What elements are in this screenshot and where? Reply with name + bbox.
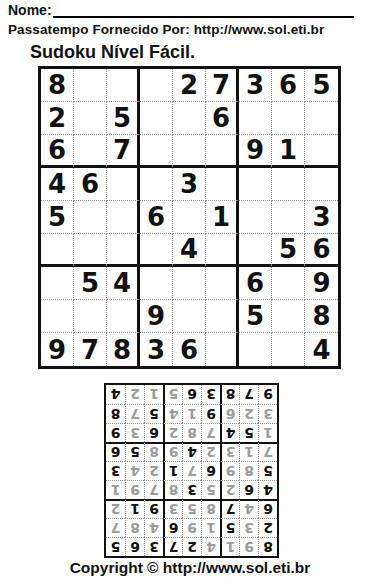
solution-cell-r3c4: 8 <box>201 499 220 518</box>
puzzle-cell-r7c2: 5 <box>74 267 107 300</box>
puzzle-cell-r9c7[interactable] <box>239 333 272 366</box>
solution-cell-r7c2: 5 <box>239 423 258 442</box>
puzzle-cell-r9c8[interactable] <box>272 333 305 366</box>
puzzle-cell-r1c8: 6 <box>272 69 305 102</box>
puzzle-cell-r4c2: 6 <box>74 168 107 201</box>
sudoku-solution-grid-rotated: 8914273652351964876478539124625387915896… <box>104 383 279 558</box>
solution-cell-r4c4: 5 <box>201 480 220 499</box>
solution-cell-r6c9: 6 <box>106 442 125 461</box>
solution-cell-r3c6: 3 <box>163 499 182 518</box>
puzzle-cell-r2c1: 2 <box>41 102 74 135</box>
solution-cell-r5c6: 1 <box>163 461 182 480</box>
solution-cell-r1c7: 3 <box>144 537 163 556</box>
solution-cell-r5c9: 3 <box>106 461 125 480</box>
puzzle-cell-r6c3[interactable] <box>107 234 140 267</box>
puzzle-cell-r2c3: 5 <box>107 102 140 135</box>
solution-cell-r3c8: 1 <box>125 499 144 518</box>
puzzle-cell-r9c2: 7 <box>74 333 107 366</box>
provided-by-text: Passatempo Fornecido Por: http://www.sol… <box>8 22 380 37</box>
puzzle-cell-r7c9: 9 <box>305 267 338 300</box>
solution-cell-r1c4: 4 <box>201 537 220 556</box>
puzzle-cell-r2c2[interactable] <box>74 102 107 135</box>
puzzle-cell-r4c1: 4 <box>41 168 74 201</box>
solution-cell-r4c9: 1 <box>106 480 125 499</box>
puzzle-cell-r8c8[interactable] <box>272 300 305 333</box>
puzzle-cell-r5c8[interactable] <box>272 201 305 234</box>
puzzle-cell-r2c7[interactable] <box>239 102 272 135</box>
puzzle-cell-r9c9: 4 <box>305 333 338 366</box>
puzzle-cell-r7c6[interactable] <box>206 267 239 300</box>
puzzle-cell-r3c6[interactable] <box>206 135 239 168</box>
puzzle-cell-r6c5: 4 <box>173 234 206 267</box>
copyright-text: Copyright © http://www.sol.eti.br <box>0 559 380 577</box>
solution-cell-r9c8: 2 <box>125 385 144 404</box>
solution-cell-r8c5: 1 <box>182 404 201 423</box>
puzzle-cell-r6c4[interactable] <box>140 234 173 267</box>
puzzle-cell-r3c4[interactable] <box>140 135 173 168</box>
puzzle-cell-r1c6: 7 <box>206 69 239 102</box>
puzzle-cell-r8c4: 9 <box>140 300 173 333</box>
solution-cell-r7c5: 8 <box>182 423 201 442</box>
puzzle-cell-r7c3: 4 <box>107 267 140 300</box>
solution-cell-r3c7: 9 <box>144 499 163 518</box>
puzzle-cell-r4c7[interactable] <box>239 168 272 201</box>
solution-cell-r8c4: 9 <box>201 404 220 423</box>
solution-cell-r1c1: 8 <box>258 537 277 556</box>
solution-cell-r5c8: 4 <box>125 461 144 480</box>
solution-cell-r4c6: 8 <box>163 480 182 499</box>
puzzle-cell-r7c8[interactable] <box>272 267 305 300</box>
puzzle-cell-r2c9[interactable] <box>305 102 338 135</box>
solution-cell-r5c2: 8 <box>239 461 258 480</box>
solution-cell-r7c4: 7 <box>201 423 220 442</box>
puzzle-cell-r4c8[interactable] <box>272 168 305 201</box>
puzzle-cell-r2c8[interactable] <box>272 102 305 135</box>
solution-cell-r9c7: 1 <box>144 385 163 404</box>
puzzle-cell-r3c8: 1 <box>272 135 305 168</box>
solution-cell-r2c1: 2 <box>258 518 277 537</box>
solution-cell-r9c9: 4 <box>106 385 125 404</box>
puzzle-cell-r9c1: 9 <box>41 333 74 366</box>
solution-cell-r9c2: 7 <box>239 385 258 404</box>
puzzle-cell-r4c3[interactable] <box>107 168 140 201</box>
puzzle-cell-r6c6[interactable] <box>206 234 239 267</box>
puzzle-cell-r8c3[interactable] <box>107 300 140 333</box>
solution-cell-r7c3: 4 <box>220 423 239 442</box>
page-title: Sudoku Nível Fácil. <box>30 42 380 63</box>
puzzle-cell-r9c3: 8 <box>107 333 140 366</box>
solution-cell-r9c1: 9 <box>258 385 277 404</box>
solution-cell-r1c6: 7 <box>163 537 182 556</box>
solution-cell-r7c1: 1 <box>258 423 277 442</box>
name-blank-line[interactable] <box>53 3 354 18</box>
solution-cell-r1c2: 9 <box>239 537 258 556</box>
solution-cell-r6c7: 8 <box>144 442 163 461</box>
solution-cell-r7c7: 6 <box>144 423 163 442</box>
name-label: Nome: <box>8 3 52 18</box>
puzzle-cell-r1c9: 5 <box>305 69 338 102</box>
puzzle-cell-r1c7: 3 <box>239 69 272 102</box>
puzzle-cell-r9c6[interactable] <box>206 333 239 366</box>
solution-cell-r8c9: 8 <box>106 404 125 423</box>
puzzle-cell-r5c4: 6 <box>140 201 173 234</box>
puzzle-cell-r6c2[interactable] <box>74 234 107 267</box>
solution-cell-r5c1: 5 <box>258 461 277 480</box>
puzzle-cell-r3c2[interactable] <box>74 135 107 168</box>
puzzle-cell-r1c1: 8 <box>41 69 74 102</box>
solution-cell-r2c7: 4 <box>144 518 163 537</box>
puzzle-cell-r5c9: 3 <box>305 201 338 234</box>
puzzle-cell-r3c7: 9 <box>239 135 272 168</box>
solution-cell-r8c7: 5 <box>144 404 163 423</box>
puzzle-cell-r4c6[interactable] <box>206 168 239 201</box>
solution-cell-r8c3: 6 <box>220 404 239 423</box>
solution-cell-r6c4: 2 <box>201 442 220 461</box>
puzzle-cell-r5c1: 5 <box>41 201 74 234</box>
solution-cell-r8c6: 4 <box>163 404 182 423</box>
page-header: Nome: Passatempo Fornecido Por: http://w… <box>0 0 380 63</box>
sudoku-puzzle-grid: 827365256679146356134565469958978364 <box>38 66 341 369</box>
puzzle-cell-r2c6: 6 <box>206 102 239 135</box>
solution-cell-r8c2: 2 <box>239 404 258 423</box>
puzzle-cell-r6c7[interactable] <box>239 234 272 267</box>
solution-cell-r5c3: 9 <box>220 461 239 480</box>
solution-cell-r3c9: 2 <box>106 499 125 518</box>
puzzle-cell-r4c5: 3 <box>173 168 206 201</box>
name-row: Nome: <box>8 3 354 18</box>
puzzle-cell-r8c2[interactable] <box>74 300 107 333</box>
solution-cell-r3c1: 6 <box>258 499 277 518</box>
solution-cell-r4c5: 3 <box>182 480 201 499</box>
solution-cell-r6c6: 9 <box>163 442 182 461</box>
puzzle-cell-r7c7: 6 <box>239 267 272 300</box>
puzzle-cell-r5c7[interactable] <box>239 201 272 234</box>
puzzle-cell-r3c9[interactable] <box>305 135 338 168</box>
puzzle-cell-r9c5: 6 <box>173 333 206 366</box>
puzzle-cell-r5c6: 1 <box>206 201 239 234</box>
puzzle-cell-r1c2[interactable] <box>74 69 107 102</box>
puzzle-cell-r1c4[interactable] <box>140 69 173 102</box>
solution-cell-r3c5: 5 <box>182 499 201 518</box>
puzzle-cell-r7c1[interactable] <box>41 267 74 300</box>
solution-cell-r9c6: 5 <box>163 385 182 404</box>
solution-cell-r9c4: 3 <box>201 385 220 404</box>
puzzle-cell-r3c5[interactable] <box>173 135 206 168</box>
puzzle-cell-r2c4[interactable] <box>140 102 173 135</box>
puzzle-cell-r1c3[interactable] <box>107 69 140 102</box>
solution-cell-r4c2: 6 <box>239 480 258 499</box>
solution-cell-r5c5: 7 <box>182 461 201 480</box>
solution-cell-r9c5: 6 <box>182 385 201 404</box>
solution-cell-r5c4: 6 <box>201 461 220 480</box>
solution-cell-r6c2: 1 <box>239 442 258 461</box>
solution-cell-r8c8: 7 <box>125 404 144 423</box>
solution-cell-r4c8: 9 <box>125 480 144 499</box>
puzzle-cell-r5c3[interactable] <box>107 201 140 234</box>
solution-cell-r7c9: 9 <box>106 423 125 442</box>
puzzle-cell-r6c1[interactable] <box>41 234 74 267</box>
solution-cell-r2c5: 9 <box>182 518 201 537</box>
puzzle-cell-r8c5[interactable] <box>173 300 206 333</box>
puzzle-cell-r7c4[interactable] <box>140 267 173 300</box>
puzzle-cell-r8c6[interactable] <box>206 300 239 333</box>
solution-cell-r2c3: 5 <box>220 518 239 537</box>
solution-cell-r4c3: 2 <box>220 480 239 499</box>
puzzle-cell-r8c7: 5 <box>239 300 272 333</box>
solution-cell-r2c9: 7 <box>106 518 125 537</box>
solution-cell-r1c5: 2 <box>182 537 201 556</box>
solution-cell-r5c7: 2 <box>144 461 163 480</box>
puzzle-cell-r3c3: 7 <box>107 135 140 168</box>
solution-cell-r2c4: 1 <box>201 518 220 537</box>
solution-cell-r3c2: 4 <box>239 499 258 518</box>
solution-cell-r1c9: 5 <box>106 537 125 556</box>
solution-cell-r1c8: 6 <box>125 537 144 556</box>
puzzle-cell-r7c5[interactable] <box>173 267 206 300</box>
puzzle-cell-r6c9: 6 <box>305 234 338 267</box>
solution-cell-r2c8: 8 <box>125 518 144 537</box>
puzzle-cell-r4c9[interactable] <box>305 168 338 201</box>
solution-cell-r6c3: 3 <box>220 442 239 461</box>
solution-cell-r6c5: 4 <box>182 442 201 461</box>
solution-cell-r9c3: 8 <box>220 385 239 404</box>
solution-cell-r4c7: 7 <box>144 480 163 499</box>
solution-cell-r1c3: 1 <box>220 537 239 556</box>
solution-cell-r8c1: 3 <box>258 404 277 423</box>
puzzle-cell-r5c2[interactable] <box>74 201 107 234</box>
solution-cell-r2c2: 3 <box>239 518 258 537</box>
puzzle-cell-r3c1: 6 <box>41 135 74 168</box>
puzzle-cell-r6c8: 5 <box>272 234 305 267</box>
solution-cell-r3c3: 7 <box>220 499 239 518</box>
puzzle-cell-r8c9: 8 <box>305 300 338 333</box>
puzzle-cell-r1c5: 2 <box>173 69 206 102</box>
solution-cell-r4c1: 4 <box>258 480 277 499</box>
solution-cell-r7c8: 3 <box>125 423 144 442</box>
solution-cell-r7c6: 2 <box>163 423 182 442</box>
solution-cell-r6c1: 7 <box>258 442 277 461</box>
puzzle-cell-r5c5[interactable] <box>173 201 206 234</box>
puzzle-cell-r8c1[interactable] <box>41 300 74 333</box>
puzzle-cell-r4c4[interactable] <box>140 168 173 201</box>
puzzle-cell-r2c5[interactable] <box>173 102 206 135</box>
solution-cell-r2c6: 6 <box>163 518 182 537</box>
puzzle-cell-r9c4: 3 <box>140 333 173 366</box>
solution-cell-r6c8: 5 <box>125 442 144 461</box>
